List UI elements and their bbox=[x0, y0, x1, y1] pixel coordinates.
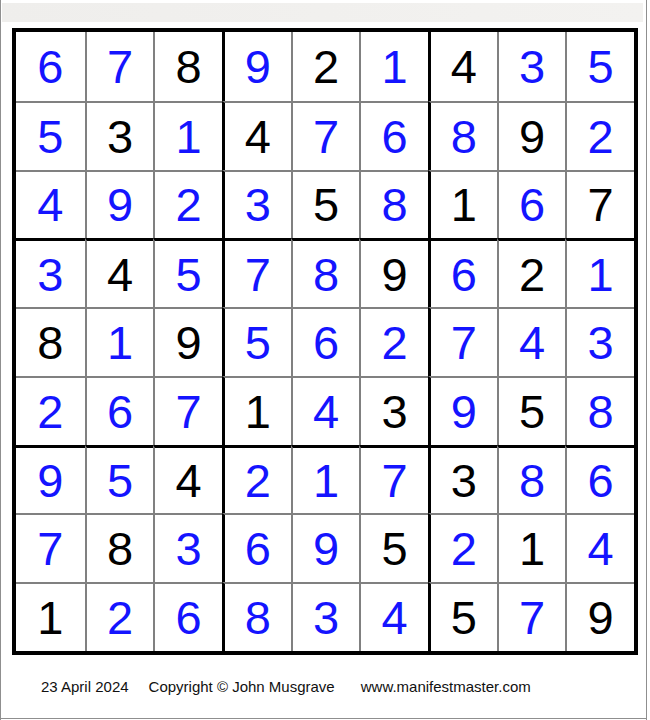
given-digit: 8 bbox=[37, 319, 63, 366]
cell-r9c9: 9 bbox=[565, 582, 634, 651]
solved-digit: 6 bbox=[107, 388, 133, 435]
solved-digit: 1 bbox=[588, 251, 614, 298]
cell-r2c6: 6 bbox=[359, 101, 428, 170]
cell-r2c3: 1 bbox=[153, 101, 222, 170]
cell-r8c7: 2 bbox=[428, 513, 497, 582]
cell-r3c1: 4 bbox=[16, 170, 85, 239]
cell-r1c2: 7 bbox=[85, 32, 154, 101]
given-digit: 1 bbox=[245, 388, 271, 435]
cell-r9c2: 2 bbox=[85, 582, 154, 651]
solved-digit: 2 bbox=[451, 525, 477, 572]
solved-digit: 3 bbox=[588, 319, 614, 366]
cell-r7c1: 9 bbox=[16, 445, 85, 514]
cell-r7c9: 6 bbox=[565, 445, 634, 514]
cell-r4c5: 8 bbox=[291, 238, 360, 307]
cell-r3c3: 2 bbox=[153, 170, 222, 239]
solved-digit: 7 bbox=[519, 594, 545, 641]
cell-r3c7: 1 bbox=[428, 170, 497, 239]
cell-r1c9: 5 bbox=[565, 32, 634, 101]
solved-digit: 9 bbox=[451, 388, 477, 435]
solved-digit: 6 bbox=[176, 594, 202, 641]
given-digit: 9 bbox=[588, 594, 614, 641]
given-digit: 3 bbox=[107, 113, 133, 160]
solved-digit: 7 bbox=[313, 113, 339, 160]
given-digit: 5 bbox=[451, 594, 477, 641]
solved-digit: 7 bbox=[451, 319, 477, 366]
given-digit: 5 bbox=[313, 181, 339, 228]
solved-digit: 5 bbox=[176, 251, 202, 298]
solved-digit: 2 bbox=[245, 457, 271, 504]
cell-r7c7: 3 bbox=[428, 445, 497, 514]
cell-r8c9: 4 bbox=[565, 513, 634, 582]
given-digit: 4 bbox=[176, 457, 202, 504]
footer-copyright: Copyright © John Musgrave bbox=[149, 678, 335, 695]
solved-digit: 7 bbox=[382, 457, 408, 504]
solved-digit: 7 bbox=[37, 525, 63, 572]
cell-r5c3: 9 bbox=[153, 307, 222, 376]
solved-digit: 6 bbox=[37, 43, 63, 90]
cell-r8c1: 7 bbox=[16, 513, 85, 582]
page-bottom-edge bbox=[0, 718, 647, 719]
cell-r3c8: 6 bbox=[497, 170, 566, 239]
cell-r8c3: 3 bbox=[153, 513, 222, 582]
footer-website: www.manifestmaster.com bbox=[361, 678, 531, 695]
cell-r1c3: 8 bbox=[153, 32, 222, 101]
cell-r9c7: 5 bbox=[428, 582, 497, 651]
solved-digit: 2 bbox=[176, 181, 202, 228]
cell-r6c6: 3 bbox=[359, 376, 428, 445]
cell-r9c5: 3 bbox=[291, 582, 360, 651]
cell-r4c8: 2 bbox=[497, 238, 566, 307]
cell-r8c2: 8 bbox=[85, 513, 154, 582]
cell-r9c3: 6 bbox=[153, 582, 222, 651]
cell-r1c7: 4 bbox=[428, 32, 497, 101]
cell-r5c2: 1 bbox=[85, 307, 154, 376]
cell-r3c5: 5 bbox=[291, 170, 360, 239]
cell-r5c1: 8 bbox=[16, 307, 85, 376]
solved-digit: 1 bbox=[107, 319, 133, 366]
cell-r4c1: 3 bbox=[16, 238, 85, 307]
solved-digit: 4 bbox=[588, 525, 614, 572]
given-digit: 1 bbox=[519, 525, 545, 572]
solved-digit: 4 bbox=[382, 594, 408, 641]
cell-r2c2: 3 bbox=[85, 101, 154, 170]
cell-r1c4: 9 bbox=[222, 32, 291, 101]
given-digit: 2 bbox=[313, 43, 339, 90]
given-digit: 9 bbox=[382, 251, 408, 298]
given-digit: 1 bbox=[451, 181, 477, 228]
solved-digit: 5 bbox=[37, 113, 63, 160]
given-digit: 8 bbox=[107, 525, 133, 572]
cell-r6c1: 2 bbox=[16, 376, 85, 445]
solved-digit: 6 bbox=[519, 181, 545, 228]
solved-digit: 8 bbox=[245, 594, 271, 641]
solved-digit: 3 bbox=[313, 594, 339, 641]
cell-r6c9: 8 bbox=[565, 376, 634, 445]
cell-r3c9: 7 bbox=[565, 170, 634, 239]
cell-r6c3: 7 bbox=[153, 376, 222, 445]
solved-digit: 2 bbox=[588, 113, 614, 160]
cell-r4c4: 7 bbox=[222, 238, 291, 307]
cell-r6c8: 5 bbox=[497, 376, 566, 445]
solved-digit: 3 bbox=[245, 181, 271, 228]
given-digit: 4 bbox=[245, 113, 271, 160]
cell-r1c1: 6 bbox=[16, 32, 85, 101]
solved-digit: 4 bbox=[37, 181, 63, 228]
cell-r5c9: 3 bbox=[565, 307, 634, 376]
given-digit: 7 bbox=[588, 181, 614, 228]
cell-r5c7: 7 bbox=[428, 307, 497, 376]
top-toolbar-strip bbox=[2, 3, 643, 22]
solved-digit: 3 bbox=[37, 251, 63, 298]
cell-r2c9: 2 bbox=[565, 101, 634, 170]
page-right-edge bbox=[646, 0, 647, 720]
solved-digit: 2 bbox=[382, 319, 408, 366]
given-digit: 3 bbox=[451, 457, 477, 504]
cell-r4c2: 4 bbox=[85, 238, 154, 307]
cell-r4c6: 9 bbox=[359, 238, 428, 307]
cell-r5c4: 5 bbox=[222, 307, 291, 376]
cell-r8c5: 9 bbox=[291, 513, 360, 582]
solved-digit: 7 bbox=[245, 251, 271, 298]
solved-digit: 2 bbox=[37, 388, 63, 435]
solved-digit: 5 bbox=[107, 457, 133, 504]
solved-digit: 8 bbox=[313, 251, 339, 298]
cell-r2c4: 4 bbox=[222, 101, 291, 170]
solved-digit: 8 bbox=[451, 113, 477, 160]
solved-digit: 1 bbox=[382, 43, 408, 90]
solved-digit: 4 bbox=[519, 319, 545, 366]
cell-r1c8: 3 bbox=[497, 32, 566, 101]
cell-r2c1: 5 bbox=[16, 101, 85, 170]
solved-digit: 8 bbox=[588, 388, 614, 435]
given-digit: 9 bbox=[519, 113, 545, 160]
cell-r7c2: 5 bbox=[85, 445, 154, 514]
footer-date: 23 April 2024 bbox=[41, 678, 129, 695]
cell-r9c6: 4 bbox=[359, 582, 428, 651]
cell-r8c6: 5 bbox=[359, 513, 428, 582]
cell-r7c4: 2 bbox=[222, 445, 291, 514]
solved-digit: 1 bbox=[313, 457, 339, 504]
solved-digit: 9 bbox=[107, 181, 133, 228]
solved-digit: 9 bbox=[313, 525, 339, 572]
cell-r6c7: 9 bbox=[428, 376, 497, 445]
solved-digit: 9 bbox=[37, 457, 63, 504]
cell-r1c6: 1 bbox=[359, 32, 428, 101]
given-digit: 5 bbox=[382, 525, 408, 572]
cell-r5c6: 2 bbox=[359, 307, 428, 376]
given-digit: 3 bbox=[382, 388, 408, 435]
cell-r7c5: 1 bbox=[291, 445, 360, 514]
solved-digit: 6 bbox=[382, 113, 408, 160]
given-digit: 8 bbox=[176, 43, 202, 90]
solved-digit: 2 bbox=[107, 594, 133, 641]
cell-r5c8: 4 bbox=[497, 307, 566, 376]
cell-r9c4: 8 bbox=[222, 582, 291, 651]
page-left-edge bbox=[0, 0, 1, 720]
solved-digit: 7 bbox=[107, 43, 133, 90]
solved-digit: 8 bbox=[382, 181, 408, 228]
given-digit: 4 bbox=[107, 251, 133, 298]
given-digit: 1 bbox=[37, 594, 63, 641]
cell-r9c1: 1 bbox=[16, 582, 85, 651]
solved-digit: 4 bbox=[313, 388, 339, 435]
solved-digit: 3 bbox=[176, 525, 202, 572]
cell-r7c3: 4 bbox=[153, 445, 222, 514]
given-digit: 9 bbox=[176, 319, 202, 366]
given-digit: 5 bbox=[519, 388, 545, 435]
cell-r3c2: 9 bbox=[85, 170, 154, 239]
given-digit: 2 bbox=[519, 251, 545, 298]
cell-r2c8: 9 bbox=[497, 101, 566, 170]
cell-r2c7: 8 bbox=[428, 101, 497, 170]
cell-r1c5: 2 bbox=[291, 32, 360, 101]
cell-r7c6: 7 bbox=[359, 445, 428, 514]
cell-r2c5: 7 bbox=[291, 101, 360, 170]
solved-digit: 6 bbox=[245, 525, 271, 572]
solved-digit: 6 bbox=[588, 457, 614, 504]
cell-r4c3: 5 bbox=[153, 238, 222, 307]
cell-r9c8: 7 bbox=[497, 582, 566, 651]
footer: 23 April 2024Copyright © John Musgraveww… bbox=[41, 678, 531, 695]
solved-digit: 5 bbox=[245, 319, 271, 366]
solved-digit: 7 bbox=[176, 388, 202, 435]
cell-r3c4: 3 bbox=[222, 170, 291, 239]
cell-r5c5: 6 bbox=[291, 307, 360, 376]
cell-r8c8: 1 bbox=[497, 513, 566, 582]
cell-r6c5: 4 bbox=[291, 376, 360, 445]
cell-r8c4: 6 bbox=[222, 513, 291, 582]
given-digit: 4 bbox=[451, 43, 477, 90]
solved-digit: 1 bbox=[176, 113, 202, 160]
cell-r4c7: 6 bbox=[428, 238, 497, 307]
cell-r6c2: 6 bbox=[85, 376, 154, 445]
solved-digit: 5 bbox=[588, 43, 614, 90]
solved-digit: 9 bbox=[245, 43, 271, 90]
solved-digit: 6 bbox=[451, 251, 477, 298]
solved-digit: 8 bbox=[519, 457, 545, 504]
solved-digit: 6 bbox=[313, 319, 339, 366]
solved-digit: 3 bbox=[519, 43, 545, 90]
cell-r4c9: 1 bbox=[565, 238, 634, 307]
cell-r6c4: 1 bbox=[222, 376, 291, 445]
sudoku-board: 6789214355314768924923581673457896218195… bbox=[12, 28, 638, 655]
cell-r3c6: 8 bbox=[359, 170, 428, 239]
cell-r7c8: 8 bbox=[497, 445, 566, 514]
